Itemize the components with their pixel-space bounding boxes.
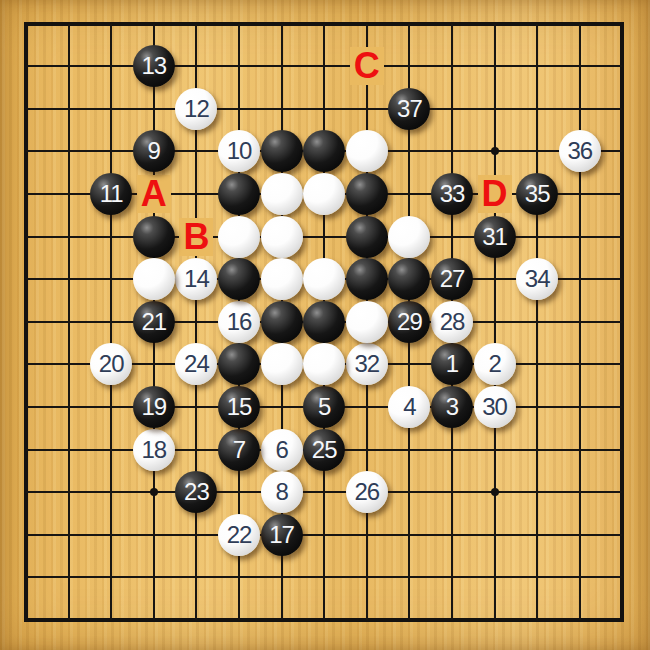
star-point <box>491 147 499 155</box>
stone-white-10: 10 <box>218 130 260 172</box>
grid-line-horizontal <box>26 576 622 578</box>
stone-black <box>218 258 260 300</box>
stone-black-3: 3 <box>431 386 473 428</box>
move-label-D: D <box>478 175 512 213</box>
stone-black <box>346 258 388 300</box>
stone-white <box>388 216 430 258</box>
star-point <box>491 488 499 496</box>
stone-white-16: 16 <box>218 301 260 343</box>
stone-white <box>133 258 175 300</box>
stone-white-22: 22 <box>218 514 260 556</box>
stone-white-34: 34 <box>516 258 558 300</box>
grid-line-vertical <box>579 24 581 620</box>
stone-white-8: 8 <box>261 471 303 513</box>
go-board[interactable]: ABCD123456789101112131415161718192021222… <box>0 0 650 650</box>
stone-black-5: 5 <box>303 386 345 428</box>
stone-white-30: 30 <box>474 386 516 428</box>
stone-white <box>303 258 345 300</box>
stone-black-7: 7 <box>218 429 260 471</box>
stone-black-27: 27 <box>431 258 473 300</box>
stone-white <box>261 173 303 215</box>
stone-white-32: 32 <box>346 343 388 385</box>
stone-white <box>346 301 388 343</box>
stone-black-11: 11 <box>90 173 132 215</box>
stone-white-6: 6 <box>261 429 303 471</box>
stone-black <box>346 216 388 258</box>
stone-black <box>261 301 303 343</box>
stone-white <box>261 343 303 385</box>
stone-black <box>218 173 260 215</box>
move-label-A: A <box>137 175 171 213</box>
stone-black-13: 13 <box>133 45 175 87</box>
stone-black-29: 29 <box>388 301 430 343</box>
stone-white <box>303 173 345 215</box>
stone-white-36: 36 <box>559 130 601 172</box>
stone-black-9: 9 <box>133 130 175 172</box>
stone-black-21: 21 <box>133 301 175 343</box>
stone-black <box>133 216 175 258</box>
stone-white-4: 4 <box>388 386 430 428</box>
stone-white-2: 2 <box>474 343 516 385</box>
stone-black-15: 15 <box>218 386 260 428</box>
stone-white <box>218 216 260 258</box>
stone-white <box>261 216 303 258</box>
move-label-B: B <box>179 218 213 256</box>
stone-black-35: 35 <box>516 173 558 215</box>
grid-line-vertical <box>536 24 538 620</box>
stone-white <box>261 258 303 300</box>
stone-black <box>303 301 345 343</box>
move-label-C: C <box>350 47 384 85</box>
stone-black-33: 33 <box>431 173 473 215</box>
stone-white-28: 28 <box>431 301 473 343</box>
stone-black-25: 25 <box>303 429 345 471</box>
stone-black-19: 19 <box>133 386 175 428</box>
grid-line-horizontal <box>26 534 622 536</box>
stone-black <box>346 173 388 215</box>
stone-white-18: 18 <box>133 429 175 471</box>
stone-black-31: 31 <box>474 216 516 258</box>
stone-white-26: 26 <box>346 471 388 513</box>
star-point <box>150 488 158 496</box>
grid-line-vertical <box>494 24 496 620</box>
stone-black-17: 17 <box>261 514 303 556</box>
stone-white <box>346 130 388 172</box>
grid-line-horizontal <box>26 491 622 493</box>
stone-black <box>261 130 303 172</box>
stone-black-37: 37 <box>388 88 430 130</box>
stone-white-12: 12 <box>175 88 217 130</box>
stone-black-1: 1 <box>431 343 473 385</box>
stone-black <box>218 343 260 385</box>
